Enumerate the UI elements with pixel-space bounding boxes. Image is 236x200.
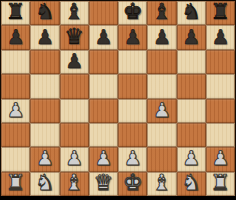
square-c8[interactable]: ♝: [60, 1, 89, 25]
piece-black-queen[interactable]: ♛: [64, 26, 84, 48]
square-f5[interactable]: [147, 74, 176, 98]
piece-black-pawn[interactable]: ♟: [65, 51, 83, 71]
square-e3[interactable]: [118, 123, 147, 147]
piece-white-knight[interactable]: ♞: [181, 172, 201, 194]
square-g2[interactable]: ♟: [177, 147, 206, 171]
square-h2[interactable]: ♟: [206, 147, 235, 171]
square-a8[interactable]: ♜: [1, 1, 30, 25]
square-h7[interactable]: ♟: [206, 25, 235, 49]
chess-game-window: ♜♞♝♚♝♞♜♟♟♛♟♟♟♟♟♟♟♟♟♟♟♟♟♟♜♞♝♛♚♝♞♜: [0, 0, 236, 200]
square-b7[interactable]: ♟: [30, 25, 59, 49]
square-g7[interactable]: ♟: [177, 25, 206, 49]
piece-white-pawn[interactable]: ♟: [65, 148, 83, 168]
piece-black-pawn[interactable]: ♟: [182, 27, 200, 47]
square-a4[interactable]: ♟: [1, 99, 30, 123]
square-f2[interactable]: [147, 147, 176, 171]
square-e7[interactable]: ♟: [118, 25, 147, 49]
square-h4[interactable]: [206, 99, 235, 123]
piece-black-bishop[interactable]: ♝: [152, 1, 172, 23]
square-g4[interactable]: [177, 99, 206, 123]
square-a7[interactable]: ♟: [1, 25, 30, 49]
piece-white-bishop[interactable]: ♝: [152, 172, 172, 194]
square-a3[interactable]: [1, 123, 30, 147]
square-f1[interactable]: ♝: [147, 172, 176, 196]
square-e4[interactable]: [118, 99, 147, 123]
square-h6[interactable]: [206, 50, 235, 74]
piece-black-pawn[interactable]: ♟: [36, 27, 54, 47]
piece-black-rook[interactable]: ♜: [6, 1, 26, 23]
square-c5[interactable]: [60, 74, 89, 98]
square-d3[interactable]: [89, 123, 118, 147]
piece-black-bishop[interactable]: ♝: [64, 1, 84, 23]
square-e2[interactable]: ♟: [118, 147, 147, 171]
square-b3[interactable]: [30, 123, 59, 147]
square-d4[interactable]: [89, 99, 118, 123]
square-c1[interactable]: ♝: [60, 172, 89, 196]
piece-white-queen[interactable]: ♛: [94, 172, 114, 194]
piece-black-knight[interactable]: ♞: [35, 1, 55, 23]
square-f4[interactable]: ♟: [147, 99, 176, 123]
square-a6[interactable]: [1, 50, 30, 74]
square-c6[interactable]: ♟: [60, 50, 89, 74]
square-b5[interactable]: [30, 74, 59, 98]
piece-white-pawn[interactable]: ♟: [36, 148, 54, 168]
square-g8[interactable]: ♞: [177, 1, 206, 25]
square-g6[interactable]: [177, 50, 206, 74]
square-e5[interactable]: [118, 74, 147, 98]
square-a5[interactable]: [1, 74, 30, 98]
square-b6[interactable]: [30, 50, 59, 74]
piece-black-rook[interactable]: ♜: [211, 1, 231, 23]
square-d5[interactable]: [89, 74, 118, 98]
piece-white-pawn[interactable]: ♟: [124, 148, 142, 168]
piece-black-pawn[interactable]: ♟: [7, 27, 25, 47]
piece-white-rook[interactable]: ♜: [211, 172, 231, 194]
piece-white-rook[interactable]: ♜: [6, 172, 26, 194]
piece-white-pawn[interactable]: ♟: [94, 148, 112, 168]
square-h1[interactable]: ♜: [206, 172, 235, 196]
square-d7[interactable]: ♟: [89, 25, 118, 49]
piece-black-pawn[interactable]: ♟: [94, 27, 112, 47]
square-c3[interactable]: [60, 123, 89, 147]
square-b4[interactable]: [30, 99, 59, 123]
square-b8[interactable]: ♞: [30, 1, 59, 25]
square-f3[interactable]: [147, 123, 176, 147]
square-f8[interactable]: ♝: [147, 1, 176, 25]
square-e6[interactable]: [118, 50, 147, 74]
piece-black-pawn[interactable]: ♟: [211, 27, 229, 47]
piece-white-king[interactable]: ♚: [123, 172, 143, 194]
square-g1[interactable]: ♞: [177, 172, 206, 196]
square-d6[interactable]: [89, 50, 118, 74]
square-a1[interactable]: ♜: [1, 172, 30, 196]
chess-board: ♜♞♝♚♝♞♜♟♟♛♟♟♟♟♟♟♟♟♟♟♟♟♟♟♜♞♝♛♚♝♞♜: [1, 1, 235, 196]
piece-black-knight[interactable]: ♞: [181, 1, 201, 23]
square-c4[interactable]: [60, 99, 89, 123]
square-c7[interactable]: ♛: [60, 25, 89, 49]
square-h5[interactable]: [206, 74, 235, 98]
square-e1[interactable]: ♚: [118, 172, 147, 196]
square-f7[interactable]: ♟: [147, 25, 176, 49]
piece-white-pawn[interactable]: ♟: [153, 100, 171, 120]
square-e8[interactable]: ♚: [118, 1, 147, 25]
square-b2[interactable]: ♟: [30, 147, 59, 171]
square-b1[interactable]: ♞: [30, 172, 59, 196]
piece-white-pawn[interactable]: ♟: [211, 148, 229, 168]
piece-white-pawn[interactable]: ♟: [182, 148, 200, 168]
bottom-edge-strip: [0, 196, 236, 200]
square-g5[interactable]: [177, 74, 206, 98]
piece-white-bishop[interactable]: ♝: [64, 172, 84, 194]
square-a2[interactable]: [1, 147, 30, 171]
square-d1[interactable]: ♛: [89, 172, 118, 196]
square-g3[interactable]: [177, 123, 206, 147]
square-h3[interactable]: [206, 123, 235, 147]
piece-white-knight[interactable]: ♞: [35, 172, 55, 194]
square-h8[interactable]: ♜: [206, 1, 235, 25]
piece-black-king[interactable]: ♚: [123, 1, 143, 23]
square-f6[interactable]: [147, 50, 176, 74]
piece-black-pawn[interactable]: ♟: [124, 27, 142, 47]
piece-black-pawn[interactable]: ♟: [153, 27, 171, 47]
square-c2[interactable]: ♟: [60, 147, 89, 171]
piece-white-pawn[interactable]: ♟: [7, 100, 25, 120]
square-d8[interactable]: [89, 1, 118, 25]
square-d2[interactable]: ♟: [89, 147, 118, 171]
